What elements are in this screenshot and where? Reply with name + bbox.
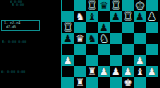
square-e1[interactable] — [110, 77, 122, 88]
square-b7[interactable]: ♞ — [74, 11, 86, 22]
piece-white-pawn: ♟ — [112, 66, 121, 77]
square-h1[interactable] — [146, 77, 158, 88]
square-g6[interactable] — [134, 22, 146, 33]
square-f8[interactable] — [122, 0, 134, 11]
square-g4[interactable] — [134, 44, 146, 55]
square-h4[interactable] — [146, 44, 158, 55]
chess-board: ♜♛♜♚♞♝♟♜♟♟♜♟♟♛♞♞♟♟♜♟♟♟♝♟♜♚ — [61, 0, 159, 88]
square-d3[interactable] — [98, 55, 110, 66]
piece-white-pawn: ♟ — [100, 66, 109, 77]
square-f7[interactable]: ♜ — [122, 11, 134, 22]
square-h3[interactable] — [146, 55, 158, 66]
square-e6[interactable] — [110, 22, 122, 33]
chess-app-screen: W 0:00 B 0:00 1. e2-e4 d7-d5 B: 0:00 0:0… — [0, 0, 160, 88]
square-e3[interactable] — [110, 55, 122, 66]
square-b3[interactable] — [74, 55, 86, 66]
square-a7[interactable] — [62, 11, 74, 22]
square-e7[interactable]: ♟ — [110, 11, 122, 22]
square-d4[interactable] — [98, 44, 110, 55]
square-g7[interactable]: ♟ — [134, 11, 146, 22]
piece-white-knight: ♞ — [76, 11, 85, 22]
piece-black-rook: ♜ — [124, 11, 133, 22]
square-h6[interactable] — [146, 22, 158, 33]
piece-black-knight: ♞ — [88, 33, 97, 44]
piece-white-pawn: ♟ — [148, 66, 157, 77]
square-g5[interactable] — [134, 33, 146, 44]
piece-black-bishop: ♝ — [88, 11, 97, 22]
piece-white-pawn: ♟ — [136, 55, 145, 66]
square-b6[interactable] — [74, 22, 86, 33]
square-g3[interactable]: ♟ — [134, 55, 146, 66]
status-panel: W 0:00 B 0:00 1. e2-e4 d7-d5 B: 0:00 0:0… — [0, 0, 61, 88]
square-b2[interactable] — [74, 66, 86, 77]
square-c2[interactable]: ♜ — [86, 66, 98, 77]
piece-black-pawn: ♟ — [112, 11, 121, 22]
move-message-box: 1. e2-e4 d7-d5 — [1, 20, 40, 31]
piece-black-pawn: ♟ — [64, 33, 73, 44]
piece-black-pawn: ♟ — [136, 11, 145, 22]
square-c5[interactable]: ♞ — [86, 33, 98, 44]
square-c3[interactable] — [86, 55, 98, 66]
square-f2[interactable]: ♟ — [122, 66, 134, 77]
piece-black-rook: ♜ — [64, 22, 73, 33]
square-h8[interactable] — [146, 0, 158, 11]
square-b5[interactable]: ♛ — [74, 33, 86, 44]
square-e8[interactable]: ♜ — [110, 0, 122, 11]
square-c7[interactable]: ♝ — [86, 11, 98, 22]
square-d5[interactable]: ♞ — [98, 33, 110, 44]
piece-black-knight: ♞ — [100, 33, 109, 44]
square-f6[interactable] — [122, 22, 134, 33]
square-d7[interactable] — [98, 11, 110, 22]
piece-black-rook: ♜ — [112, 0, 121, 11]
piece-white-rook: ♜ — [88, 66, 97, 77]
status-line: B: 0:00 0:00 — [2, 40, 26, 44]
square-h7[interactable]: ♟ — [146, 11, 158, 22]
square-h5[interactable] — [146, 33, 158, 44]
piece-black-pawn: ♟ — [148, 11, 157, 22]
square-a6[interactable]: ♜ — [62, 22, 74, 33]
square-c6[interactable] — [86, 22, 98, 33]
square-g2[interactable]: ♝ — [134, 66, 146, 77]
square-a1[interactable] — [62, 77, 74, 88]
move-box-line-2: d7-d5 — [6, 25, 16, 29]
square-b4[interactable] — [74, 44, 86, 55]
black-clock: B 0:00 — [12, 3, 24, 7]
piece-black-king: ♚ — [136, 0, 145, 11]
square-b1[interactable]: ♜ — [74, 77, 86, 88]
square-e5[interactable] — [110, 33, 122, 44]
square-a3[interactable]: ♟ — [62, 55, 74, 66]
square-d1[interactable] — [98, 77, 110, 88]
square-a5[interactable]: ♟ — [62, 33, 74, 44]
prompt-line: W: 0:00 0:00 — [1, 70, 25, 74]
piece-white-king: ♚ — [124, 77, 133, 88]
square-a4[interactable] — [62, 44, 74, 55]
piece-white-bishop: ♝ — [136, 66, 145, 77]
piece-white-rook: ♜ — [76, 77, 85, 88]
square-f3[interactable] — [122, 55, 134, 66]
square-g8[interactable]: ♚ — [134, 0, 146, 11]
square-c8[interactable]: ♜ — [86, 0, 98, 11]
square-e4[interactable] — [110, 44, 122, 55]
square-b8[interactable] — [74, 0, 86, 11]
square-c1[interactable] — [86, 77, 98, 88]
piece-white-queen: ♛ — [76, 33, 85, 44]
square-f4[interactable] — [122, 44, 134, 55]
square-g1[interactable] — [134, 77, 146, 88]
square-f5[interactable] — [122, 33, 134, 44]
square-a2[interactable] — [62, 66, 74, 77]
square-c4[interactable] — [86, 44, 98, 55]
piece-black-rook: ♜ — [88, 0, 97, 11]
square-d2[interactable]: ♟ — [98, 66, 110, 77]
square-a8[interactable] — [62, 0, 74, 11]
piece-white-pawn: ♟ — [64, 55, 73, 66]
piece-black-pawn: ♟ — [100, 22, 109, 33]
square-e2[interactable]: ♟ — [110, 66, 122, 77]
piece-black-queen: ♛ — [100, 0, 109, 11]
square-d8[interactable]: ♛ — [98, 0, 110, 11]
square-d6[interactable]: ♟ — [98, 22, 110, 33]
square-h2[interactable]: ♟ — [146, 66, 158, 77]
piece-white-pawn: ♟ — [124, 66, 133, 77]
square-f1[interactable]: ♚ — [122, 77, 134, 88]
